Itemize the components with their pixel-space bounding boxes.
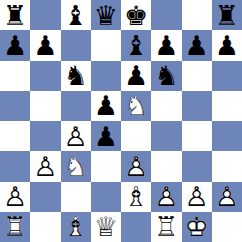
- square-f2[interactable]: ♟♙: [151, 182, 181, 212]
- square-f4[interactable]: [151, 121, 181, 151]
- square-e1[interactable]: [121, 212, 151, 242]
- white-pawn-piece[interactable]: ♟♙: [30, 151, 60, 181]
- square-b1[interactable]: [30, 212, 60, 242]
- white-rook-outline: ♖: [151, 212, 181, 242]
- black-pawn-glyph: ♟: [182, 30, 212, 60]
- white-bishop-outline: ♗: [121, 182, 151, 212]
- square-e6[interactable]: ♟: [121, 61, 151, 91]
- white-king-piece[interactable]: ♚♔: [182, 212, 212, 242]
- square-e2[interactable]: ♝♗: [121, 182, 151, 212]
- black-pawn-piece[interactable]: ♟: [121, 61, 151, 91]
- square-d1[interactable]: ♛♕: [91, 212, 121, 242]
- white-pawn-outline: ♙: [0, 182, 30, 212]
- square-e5[interactable]: ♞♘: [121, 91, 151, 121]
- square-d2[interactable]: [91, 182, 121, 212]
- white-pawn-piece[interactable]: ♟♙: [151, 182, 181, 212]
- square-d6[interactable]: [91, 61, 121, 91]
- square-c7[interactable]: [61, 30, 91, 60]
- white-pawn-outline: ♙: [61, 121, 91, 151]
- square-g6[interactable]: [182, 61, 212, 91]
- square-g8[interactable]: [182, 0, 212, 30]
- black-pawn-piece[interactable]: ♟: [151, 30, 181, 60]
- square-a6[interactable]: [0, 61, 30, 91]
- black-pawn-piece[interactable]: ♟: [182, 30, 212, 60]
- square-g2[interactable]: ♟♙: [182, 182, 212, 212]
- square-g5[interactable]: [182, 91, 212, 121]
- black-pawn-glyph: ♟: [151, 30, 181, 60]
- black-pawn-piece[interactable]: ♟: [30, 30, 60, 60]
- black-rook-glyph: ♜: [212, 0, 242, 30]
- black-king-piece[interactable]: ♚: [121, 0, 151, 30]
- white-bishop-outline: ♗: [61, 212, 91, 242]
- black-pawn-glyph: ♟: [91, 91, 121, 121]
- square-c4[interactable]: ♟♙: [61, 121, 91, 151]
- square-d5[interactable]: ♟: [91, 91, 121, 121]
- white-king-outline: ♔: [182, 212, 212, 242]
- square-g4[interactable]: [182, 121, 212, 151]
- black-knight-piece[interactable]: ♞: [61, 61, 91, 91]
- square-h7[interactable]: ♟: [212, 30, 242, 60]
- square-a8[interactable]: ♜: [0, 0, 30, 30]
- black-pawn-glyph: ♟: [212, 30, 242, 60]
- square-c5[interactable]: [61, 91, 91, 121]
- square-e7[interactable]: ♝: [121, 30, 151, 60]
- white-bishop-piece[interactable]: ♝♗: [61, 212, 91, 242]
- white-bishop-piece[interactable]: ♝♗: [121, 182, 151, 212]
- white-rook-piece[interactable]: ♜♖: [0, 212, 30, 242]
- black-pawn-glyph: ♟: [121, 61, 151, 91]
- white-pawn-outline: ♙: [182, 182, 212, 212]
- white-rook-outline: ♖: [0, 212, 30, 242]
- square-c8[interactable]: ♝: [61, 0, 91, 30]
- black-rook-piece[interactable]: ♜: [0, 0, 30, 30]
- square-a1[interactable]: ♜♖: [0, 212, 30, 242]
- chess-board: ♜♝♛♚♜♟♟♝♟♟♟♞♟♞♟♞♘♟♙♟♟♙♞♘♟♙♟♙♝♗♟♙♟♙♟♙♜♖♝♗…: [0, 0, 242, 242]
- square-f8[interactable]: [151, 0, 181, 30]
- white-pawn-piece[interactable]: ♟♙: [0, 182, 30, 212]
- square-b7[interactable]: ♟: [30, 30, 60, 60]
- white-pawn-piece[interactable]: ♟♙: [61, 121, 91, 151]
- black-pawn-glyph: ♟: [30, 30, 60, 60]
- white-pawn-piece[interactable]: ♟♙: [121, 151, 151, 181]
- square-f7[interactable]: ♟: [151, 30, 181, 60]
- square-c2[interactable]: [61, 182, 91, 212]
- white-pawn-outline: ♙: [212, 182, 242, 212]
- square-a7[interactable]: ♟: [0, 30, 30, 60]
- square-h1[interactable]: [212, 212, 242, 242]
- square-e8[interactable]: ♚: [121, 0, 151, 30]
- black-knight-piece[interactable]: ♞: [151, 61, 181, 91]
- white-queen-outline: ♕: [91, 212, 121, 242]
- black-pawn-piece[interactable]: ♟: [91, 91, 121, 121]
- square-g7[interactable]: ♟: [182, 30, 212, 60]
- square-e3[interactable]: ♟♙: [121, 151, 151, 181]
- white-knight-outline: ♘: [61, 151, 91, 181]
- white-knight-piece[interactable]: ♞♘: [121, 91, 151, 121]
- square-h3[interactable]: [212, 151, 242, 181]
- square-d4[interactable]: ♟: [91, 121, 121, 151]
- square-g1[interactable]: ♚♔: [182, 212, 212, 242]
- black-pawn-piece[interactable]: ♟: [0, 30, 30, 60]
- square-a5[interactable]: [0, 91, 30, 121]
- black-bishop-piece[interactable]: ♝: [61, 0, 91, 30]
- black-king-glyph: ♚: [121, 0, 151, 30]
- white-rook-piece[interactable]: ♜♖: [151, 212, 181, 242]
- white-pawn-outline: ♙: [151, 182, 181, 212]
- square-f3[interactable]: [151, 151, 181, 181]
- square-a2[interactable]: ♟♙: [0, 182, 30, 212]
- black-bishop-glyph: ♝: [61, 0, 91, 30]
- white-pawn-outline: ♙: [121, 151, 151, 181]
- black-pawn-piece[interactable]: ♟: [212, 30, 242, 60]
- square-a3[interactable]: [0, 151, 30, 181]
- black-queen-glyph: ♛: [91, 0, 121, 30]
- square-g3[interactable]: [182, 151, 212, 181]
- black-rook-piece[interactable]: ♜: [212, 0, 242, 30]
- white-pawn-piece[interactable]: ♟♙: [212, 182, 242, 212]
- black-bishop-glyph: ♝: [121, 30, 151, 60]
- black-rook-glyph: ♜: [0, 0, 30, 30]
- white-knight-outline: ♘: [121, 91, 151, 121]
- square-d7[interactable]: [91, 30, 121, 60]
- square-b3[interactable]: ♟♙: [30, 151, 60, 181]
- square-b4[interactable]: [30, 121, 60, 151]
- square-b2[interactable]: [30, 182, 60, 212]
- black-knight-glyph: ♞: [151, 61, 181, 91]
- square-e4[interactable]: [121, 121, 151, 151]
- square-f1[interactable]: ♜♖: [151, 212, 181, 242]
- square-b6[interactable]: [30, 61, 60, 91]
- square-c1[interactable]: ♝♗: [61, 212, 91, 242]
- white-knight-piece[interactable]: ♞♘: [61, 151, 91, 181]
- square-h5[interactable]: [212, 91, 242, 121]
- square-h6[interactable]: [212, 61, 242, 91]
- white-queen-piece[interactable]: ♛♕: [91, 212, 121, 242]
- white-pawn-piece[interactable]: ♟♙: [182, 182, 212, 212]
- square-a4[interactable]: [0, 121, 30, 151]
- square-f5[interactable]: [151, 91, 181, 121]
- square-d8[interactable]: ♛: [91, 0, 121, 30]
- square-d3[interactable]: [91, 151, 121, 181]
- square-h2[interactable]: ♟♙: [212, 182, 242, 212]
- square-b5[interactable]: [30, 91, 60, 121]
- square-c6[interactable]: ♞: [61, 61, 91, 91]
- square-f6[interactable]: ♞: [151, 61, 181, 91]
- black-pawn-piece[interactable]: ♟: [91, 121, 121, 151]
- black-knight-glyph: ♞: [61, 61, 91, 91]
- square-c3[interactable]: ♞♘: [61, 151, 91, 181]
- black-pawn-glyph: ♟: [0, 30, 30, 60]
- square-h8[interactable]: ♜: [212, 0, 242, 30]
- square-h4[interactable]: [212, 121, 242, 151]
- black-pawn-glyph: ♟: [91, 121, 121, 151]
- black-queen-piece[interactable]: ♛: [91, 0, 121, 30]
- black-bishop-piece[interactable]: ♝: [121, 30, 151, 60]
- white-pawn-outline: ♙: [30, 151, 60, 181]
- square-b8[interactable]: [30, 0, 60, 30]
